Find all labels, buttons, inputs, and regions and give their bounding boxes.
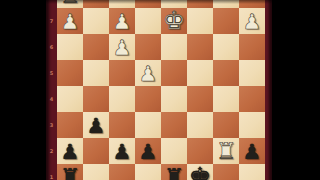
square-e5[interactable] xyxy=(161,60,187,86)
square-g4[interactable] xyxy=(213,86,239,112)
square-f2[interactable] xyxy=(187,138,213,164)
square-e1[interactable]: ♜ xyxy=(161,164,187,180)
square-g3[interactable] xyxy=(213,112,239,138)
square-a8[interactable]: ♜ xyxy=(57,0,83,8)
square-d8[interactable] xyxy=(135,0,161,8)
square-h4[interactable] xyxy=(239,86,265,112)
white-pawn[interactable]: ♟ xyxy=(139,64,158,86)
square-e7[interactable]: ♚ xyxy=(161,8,187,34)
square-b7[interactable] xyxy=(83,8,109,34)
rank-label-1: 1 xyxy=(47,175,56,180)
black-pawn[interactable]: ♟ xyxy=(61,142,80,164)
chess-board: ♜♟♟♚♟♟♟♟♟♟♟♜♟♜♜♚ xyxy=(57,0,265,180)
square-f8[interactable] xyxy=(187,0,213,8)
square-e6[interactable] xyxy=(161,34,187,60)
square-h6[interactable] xyxy=(239,34,265,60)
white-rook[interactable]: ♜ xyxy=(60,0,81,8)
square-a3[interactable] xyxy=(57,112,83,138)
square-a2[interactable]: ♟ xyxy=(57,138,83,164)
square-b8[interactable] xyxy=(83,0,109,8)
square-d5[interactable]: ♟ xyxy=(135,60,161,86)
white-pawn[interactable]: ♟ xyxy=(113,38,132,60)
rank-label-4: 4 xyxy=(47,97,56,102)
square-a6[interactable] xyxy=(57,34,83,60)
square-f5[interactable] xyxy=(187,60,213,86)
square-f7[interactable] xyxy=(187,8,213,34)
square-h8[interactable] xyxy=(239,0,265,8)
square-d4[interactable] xyxy=(135,86,161,112)
white-pawn[interactable]: ♟ xyxy=(243,12,262,34)
square-g8[interactable] xyxy=(213,0,239,8)
black-rook[interactable]: ♜ xyxy=(164,166,185,180)
square-e2[interactable] xyxy=(161,138,187,164)
video-frame: ♜♟♟♚♟♟♟♟♟♟♟♜♟♜♜♚ 87654321 xyxy=(0,0,320,180)
square-a7[interactable]: ♟ xyxy=(57,8,83,34)
square-b3[interactable]: ♟ xyxy=(83,112,109,138)
square-f4[interactable] xyxy=(187,86,213,112)
square-d7[interactable] xyxy=(135,8,161,34)
square-b4[interactable] xyxy=(83,86,109,112)
square-c8[interactable] xyxy=(109,0,135,8)
square-f3[interactable] xyxy=(187,112,213,138)
square-a1[interactable]: ♜ xyxy=(57,164,83,180)
square-b6[interactable] xyxy=(83,34,109,60)
square-c7[interactable]: ♟ xyxy=(109,8,135,34)
square-d1[interactable] xyxy=(135,164,161,180)
square-e4[interactable] xyxy=(161,86,187,112)
white-pawn[interactable]: ♟ xyxy=(61,12,80,34)
square-c5[interactable] xyxy=(109,60,135,86)
white-rook[interactable]: ♜ xyxy=(216,140,237,164)
rank-label-5: 5 xyxy=(47,71,56,76)
rank-label-6: 6 xyxy=(47,45,56,50)
white-pawn[interactable]: ♟ xyxy=(113,12,132,34)
square-f6[interactable] xyxy=(187,34,213,60)
square-e3[interactable] xyxy=(161,112,187,138)
square-d6[interactable] xyxy=(135,34,161,60)
rank-label-2: 2 xyxy=(47,149,56,154)
square-h1[interactable] xyxy=(239,164,265,180)
square-h3[interactable] xyxy=(239,112,265,138)
square-d3[interactable] xyxy=(135,112,161,138)
square-b5[interactable] xyxy=(83,60,109,86)
square-c4[interactable] xyxy=(109,86,135,112)
square-d2[interactable]: ♟ xyxy=(135,138,161,164)
white-king[interactable]: ♚ xyxy=(163,8,185,34)
square-a4[interactable] xyxy=(57,86,83,112)
square-b1[interactable] xyxy=(83,164,109,180)
square-g6[interactable] xyxy=(213,34,239,60)
square-g2[interactable]: ♜ xyxy=(213,138,239,164)
square-g1[interactable] xyxy=(213,164,239,180)
square-c1[interactable] xyxy=(109,164,135,180)
square-c2[interactable]: ♟ xyxy=(109,138,135,164)
black-rook[interactable]: ♜ xyxy=(60,166,81,180)
square-h5[interactable] xyxy=(239,60,265,86)
square-c6[interactable]: ♟ xyxy=(109,34,135,60)
black-pawn[interactable]: ♟ xyxy=(87,116,106,138)
rank-label-7: 7 xyxy=(47,19,56,24)
square-g7[interactable] xyxy=(213,8,239,34)
square-h2[interactable]: ♟ xyxy=(239,138,265,164)
square-b2[interactable] xyxy=(83,138,109,164)
square-a5[interactable] xyxy=(57,60,83,86)
black-king[interactable]: ♚ xyxy=(189,164,211,180)
black-pawn[interactable]: ♟ xyxy=(243,142,262,164)
square-g5[interactable] xyxy=(213,60,239,86)
black-pawn[interactable]: ♟ xyxy=(113,142,132,164)
square-c3[interactable] xyxy=(109,112,135,138)
square-h7[interactable]: ♟ xyxy=(239,8,265,34)
rank-label-3: 3 xyxy=(47,123,56,128)
square-f1[interactable]: ♚ xyxy=(187,164,213,180)
black-pawn[interactable]: ♟ xyxy=(139,142,158,164)
